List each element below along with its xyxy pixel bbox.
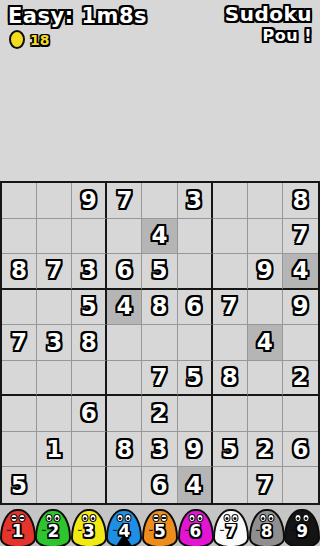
cell-digit: 9 xyxy=(292,295,308,318)
cell-r6c9[interactable]: 2 xyxy=(283,361,318,397)
cell-r5c5[interactable] xyxy=(142,325,177,361)
pou-character-8: 8 xyxy=(249,509,285,546)
cell-r1c5[interactable] xyxy=(142,183,177,219)
game-title-line2: Pou ! xyxy=(225,28,312,44)
cell-r4c2[interactable] xyxy=(37,290,72,326)
cell-r1c7[interactable] xyxy=(213,183,248,219)
cell-r5c2[interactable]: 3 xyxy=(37,325,72,361)
cell-digit: 5 xyxy=(222,438,238,461)
cell-digit: 7 xyxy=(257,474,273,497)
numpad-button-label: 1 xyxy=(12,523,24,540)
cell-r2c4[interactable] xyxy=(107,219,142,255)
cell-r9c3[interactable] xyxy=(72,467,107,503)
cell-digit: 6 xyxy=(81,402,97,425)
cell-r3c1[interactable]: 8 xyxy=(2,254,37,290)
cell-r7c8[interactable] xyxy=(248,396,283,432)
cell-digit: 2 xyxy=(257,438,273,461)
cell-r2c3[interactable] xyxy=(72,219,107,255)
cell-digit: 1 xyxy=(46,438,62,461)
pou-character-6: 6 xyxy=(178,509,214,546)
numpad-1-button[interactable]: 1 xyxy=(0,505,36,546)
cell-digit: 4 xyxy=(186,474,202,497)
cell-r4c4[interactable]: 4 xyxy=(107,290,142,326)
cell-r4c8[interactable] xyxy=(248,290,283,326)
cell-r1c3[interactable]: 9 xyxy=(72,183,107,219)
pou-character-2: 2 xyxy=(35,509,71,546)
cell-r5c7[interactable] xyxy=(213,325,248,361)
cell-r8c1[interactable] xyxy=(2,432,37,468)
cell-digit: 3 xyxy=(81,259,97,282)
cell-r3c4[interactable]: 6 xyxy=(107,254,142,290)
cell-r2c6[interactable] xyxy=(178,219,213,255)
cell-r1c1[interactable] xyxy=(2,183,37,219)
cell-r6c3[interactable] xyxy=(72,361,107,397)
cell-digit: 7 xyxy=(11,331,27,354)
cell-r6c8[interactable] xyxy=(248,361,283,397)
numpad-button-label: 9 xyxy=(296,523,308,540)
cell-r8c6[interactable]: 9 xyxy=(178,432,213,468)
cell-r3c6[interactable] xyxy=(178,254,213,290)
cell-digit: 8 xyxy=(222,366,238,389)
cell-digit: 5 xyxy=(151,259,167,282)
cell-r7c7[interactable] xyxy=(213,396,248,432)
cell-digit: 5 xyxy=(81,295,97,318)
cell-r2c5[interactable]: 4 xyxy=(142,219,177,255)
numpad-8-button[interactable]: 8 xyxy=(249,505,285,546)
difficulty-timer-label: Easy: 1m8s xyxy=(8,4,147,28)
cell-r5c8[interactable]: 4 xyxy=(248,325,283,361)
numpad-button-label: 6 xyxy=(190,523,202,540)
cell-digit: 8 xyxy=(81,331,97,354)
pou-character-1: 1 xyxy=(0,509,36,546)
cell-digit: 5 xyxy=(11,474,27,497)
cell-r8c2[interactable]: 1 xyxy=(37,432,72,468)
cell-r6c4[interactable] xyxy=(107,361,142,397)
cell-r7c1[interactable] xyxy=(2,396,37,432)
numpad-9-button[interactable]: 9 xyxy=(284,505,320,546)
cell-r6c7[interactable]: 8 xyxy=(213,361,248,397)
cell-digit: 8 xyxy=(151,295,167,318)
cell-r6c1[interactable] xyxy=(2,361,37,397)
coin-icon xyxy=(9,30,25,49)
cell-r8c3[interactable] xyxy=(72,432,107,468)
cell-digit: 2 xyxy=(151,402,167,425)
cell-digit: 7 xyxy=(151,366,167,389)
cell-r8c8[interactable]: 2 xyxy=(248,432,283,468)
cell-r6c6[interactable]: 5 xyxy=(178,361,213,397)
cell-r5c3[interactable]: 8 xyxy=(72,325,107,361)
cell-digit: 9 xyxy=(257,259,273,282)
cell-r7c4[interactable] xyxy=(107,396,142,432)
sudoku-board: 9738478736594548679738475826218395265647 xyxy=(0,181,320,505)
cell-r2c9[interactable]: 7 xyxy=(283,219,318,255)
cell-digit: 6 xyxy=(186,295,202,318)
cell-digit: 4 xyxy=(292,259,308,282)
cell-r8c9[interactable]: 6 xyxy=(283,432,318,468)
cell-r2c8[interactable] xyxy=(248,219,283,255)
cell-digit: 9 xyxy=(81,189,97,212)
cell-r4c9[interactable]: 9 xyxy=(283,290,318,326)
cell-r5c6[interactable] xyxy=(178,325,213,361)
cell-digit: 4 xyxy=(257,331,273,354)
numpad-2-button[interactable]: 2 xyxy=(36,505,72,546)
numpad-3-button[interactable]: 3 xyxy=(71,505,107,546)
sudoku-screen: Easy: 1m8s 18 Sudoku Pou ! 9738478736594… xyxy=(0,0,320,546)
cell-r1c2[interactable] xyxy=(37,183,72,219)
game-title: Sudoku Pou ! xyxy=(225,4,312,44)
cell-r7c5[interactable]: 2 xyxy=(142,396,177,432)
numpad-7-button[interactable]: 7 xyxy=(213,505,249,546)
cell-r2c1[interactable] xyxy=(2,219,37,255)
cell-r3c2[interactable]: 7 xyxy=(37,254,72,290)
cell-r9c7[interactable] xyxy=(213,467,248,503)
cell-digit: 3 xyxy=(151,438,167,461)
cell-r3c8[interactable]: 9 xyxy=(248,254,283,290)
cell-r9c1[interactable]: 5 xyxy=(2,467,37,503)
selected-number-indicator xyxy=(116,534,132,546)
cell-r9c2[interactable] xyxy=(37,467,72,503)
cell-r8c4[interactable]: 8 xyxy=(107,432,142,468)
cell-digit: 6 xyxy=(151,474,167,497)
cell-r4c3[interactable]: 5 xyxy=(72,290,107,326)
cell-r3c7[interactable] xyxy=(213,254,248,290)
cell-r3c9[interactable]: 4 xyxy=(283,254,318,290)
cell-r2c7[interactable] xyxy=(213,219,248,255)
cell-digit: 4 xyxy=(116,295,132,318)
numpad-button-label: 2 xyxy=(47,523,59,540)
cell-r3c3[interactable]: 3 xyxy=(72,254,107,290)
cell-digit: 7 xyxy=(292,224,308,247)
cell-digit: 4 xyxy=(151,224,167,247)
cell-r5c9[interactable] xyxy=(283,325,318,361)
cell-digit: 8 xyxy=(116,438,132,461)
cell-digit: 8 xyxy=(11,259,27,282)
cell-r1c6[interactable]: 3 xyxy=(178,183,213,219)
pou-character-5: 5 xyxy=(142,509,178,546)
cell-r9c6[interactable]: 4 xyxy=(178,467,213,503)
cell-digit: 2 xyxy=(292,366,308,389)
coin-count: 18 xyxy=(30,32,49,48)
numpad-button-label: 3 xyxy=(83,523,95,540)
cell-r2c2[interactable] xyxy=(37,219,72,255)
cell-r9c9[interactable] xyxy=(283,467,318,503)
cell-r4c5[interactable]: 8 xyxy=(142,290,177,326)
numpad-button-label: 5 xyxy=(154,523,166,540)
numpad-6-button[interactable]: 6 xyxy=(178,505,214,546)
cell-r1c4[interactable]: 7 xyxy=(107,183,142,219)
cell-r7c2[interactable] xyxy=(37,396,72,432)
cell-r4c7[interactable]: 7 xyxy=(213,290,248,326)
cell-r7c3[interactable]: 6 xyxy=(72,396,107,432)
cell-r4c1[interactable] xyxy=(2,290,37,326)
numpad-button-label: 8 xyxy=(261,523,273,540)
numpad-button-label: 7 xyxy=(225,523,237,540)
cell-r8c5[interactable]: 3 xyxy=(142,432,177,468)
cell-r7c6[interactable] xyxy=(178,396,213,432)
cell-digit: 8 xyxy=(292,189,308,212)
numpad-4-button[interactable]: 4 xyxy=(107,505,143,546)
game-title-line1: Sudoku xyxy=(225,4,312,24)
cell-r5c1[interactable]: 7 xyxy=(2,325,37,361)
cell-digit: 7 xyxy=(116,189,132,212)
cell-digit: 5 xyxy=(186,366,202,389)
cell-r6c2[interactable] xyxy=(37,361,72,397)
cell-r1c9[interactable]: 8 xyxy=(283,183,318,219)
cell-r9c8[interactable]: 7 xyxy=(248,467,283,503)
cell-r9c5[interactable]: 6 xyxy=(142,467,177,503)
pou-character-3: 3 xyxy=(71,509,107,546)
cell-r8c7[interactable]: 5 xyxy=(213,432,248,468)
coin-counter: 18 xyxy=(9,30,49,49)
pou-character-9: 9 xyxy=(284,509,320,546)
number-pad: 123456789 xyxy=(0,505,320,546)
cell-digit: 3 xyxy=(46,331,62,354)
cell-digit: 3 xyxy=(186,189,202,212)
cell-r9c4[interactable] xyxy=(107,467,142,503)
cell-r6c5[interactable]: 7 xyxy=(142,361,177,397)
cell-digit: 7 xyxy=(222,295,238,318)
pou-character-7: 7 xyxy=(213,509,249,546)
cell-r4c6[interactable]: 6 xyxy=(178,290,213,326)
cell-digit: 6 xyxy=(292,438,308,461)
cell-digit: 9 xyxy=(186,438,202,461)
cell-r3c5[interactable]: 5 xyxy=(142,254,177,290)
cell-digit: 6 xyxy=(116,259,132,282)
cell-r7c9[interactable] xyxy=(283,396,318,432)
cell-digit: 7 xyxy=(46,259,62,282)
numpad-5-button[interactable]: 5 xyxy=(142,505,178,546)
cell-r1c8[interactable] xyxy=(248,183,283,219)
cell-r5c4[interactable] xyxy=(107,325,142,361)
